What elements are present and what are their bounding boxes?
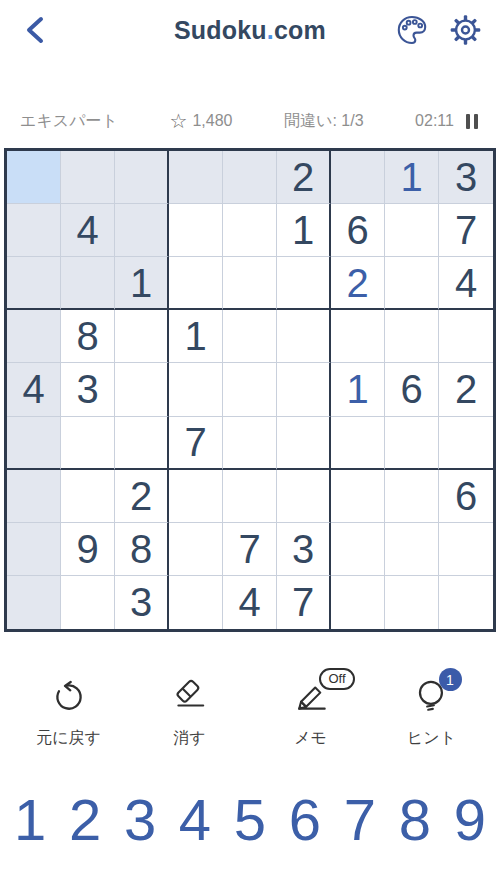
numpad-6[interactable]: 6: [289, 791, 321, 849]
numpad-8[interactable]: 8: [399, 791, 431, 849]
cell-r9c8[interactable]: [385, 576, 439, 629]
score: ☆ 1,480: [169, 111, 232, 131]
undo-label: 元に戻す: [36, 728, 101, 749]
cell-r2c7[interactable]: 6: [331, 204, 385, 257]
cell-r9c7[interactable]: [331, 576, 385, 629]
cell-r6c8[interactable]: [385, 417, 439, 470]
cell-r3c7[interactable]: 2: [331, 257, 385, 310]
palette-icon: [395, 14, 429, 46]
title-dot: .: [267, 16, 274, 44]
numpad-3[interactable]: 3: [124, 791, 156, 849]
undo-button[interactable]: 元に戻す: [8, 676, 129, 749]
notes-button[interactable]: Off メモ: [250, 676, 371, 749]
cell-r4c8[interactable]: [385, 310, 439, 363]
cell-r7c3[interactable]: 2: [115, 470, 169, 523]
theme-palette-button[interactable]: [395, 14, 429, 46]
cell-r4c9[interactable]: [439, 310, 493, 363]
cell-r8c1[interactable]: [7, 523, 61, 576]
difficulty-label: エキスパート: [20, 111, 118, 132]
numpad-2[interactable]: 2: [69, 791, 101, 849]
cell-r6c9[interactable]: [439, 417, 493, 470]
cell-r3c2[interactable]: [61, 257, 115, 310]
cell-r9c1[interactable]: [7, 576, 61, 629]
cell-r5c5[interactable]: [223, 363, 277, 416]
undo-icon: [49, 676, 89, 716]
cell-r9c5[interactable]: 4: [223, 576, 277, 629]
cell-r8c8[interactable]: [385, 523, 439, 576]
status-bar: エキスパート ☆ 1,480 間違い: 1/3 02:11: [0, 108, 500, 134]
star-icon: ☆: [169, 111, 187, 131]
lightbulb-icon: 1: [412, 676, 452, 716]
cell-r1c7[interactable]: [331, 151, 385, 204]
numpad-1[interactable]: 1: [14, 791, 46, 849]
cell-r3c5[interactable]: [223, 257, 277, 310]
cell-r9c3[interactable]: 3: [115, 576, 169, 629]
pause-icon: [474, 114, 478, 129]
cell-r2c6[interactable]: 1: [277, 204, 331, 257]
cell-r5c1[interactable]: 4: [7, 363, 61, 416]
number-pad: 123456789: [0, 791, 500, 849]
cell-r2c2[interactable]: 4: [61, 204, 115, 257]
erase-label: 消す: [173, 728, 205, 749]
hint-label: ヒント: [407, 728, 456, 749]
mistakes-counter: 間違い: 1/3: [284, 111, 364, 132]
cell-r6c1[interactable]: [7, 417, 61, 470]
cell-r6c3[interactable]: [115, 417, 169, 470]
cell-r1c4[interactable]: [169, 151, 223, 204]
cell-r6c7[interactable]: [331, 417, 385, 470]
cell-r4c6[interactable]: [277, 310, 331, 363]
cell-r9c6[interactable]: 7: [277, 576, 331, 629]
cell-r2c9[interactable]: 7: [439, 204, 493, 257]
cell-r2c1[interactable]: [7, 204, 61, 257]
cell-r3c8[interactable]: [385, 257, 439, 310]
cell-r3c4[interactable]: [169, 257, 223, 310]
cell-r1c9[interactable]: 3: [439, 151, 493, 204]
title-main: Sudoku: [174, 16, 267, 44]
cell-r9c2[interactable]: [61, 576, 115, 629]
notes-toggle-badge: Off: [319, 668, 354, 690]
cell-r4c4[interactable]: 1: [169, 310, 223, 363]
cell-r7c7[interactable]: [331, 470, 385, 523]
timer: 02:11: [415, 112, 480, 131]
cell-r7c9[interactable]: 6: [439, 470, 493, 523]
cell-r5c8[interactable]: 6: [385, 363, 439, 416]
cell-r5c3[interactable]: [115, 363, 169, 416]
hint-count-badge: 1: [439, 668, 462, 691]
gear-icon: [449, 14, 482, 46]
pause-icon: [466, 114, 470, 129]
cell-r7c1[interactable]: [7, 470, 61, 523]
pencil-icon: Off: [291, 676, 331, 716]
erase-button[interactable]: 消す: [129, 676, 250, 749]
cell-r4c3[interactable]: [115, 310, 169, 363]
cell-r4c2[interactable]: 8: [61, 310, 115, 363]
hint-button[interactable]: 1 ヒント: [371, 676, 492, 749]
cell-r6c6[interactable]: [277, 417, 331, 470]
cell-r7c8[interactable]: [385, 470, 439, 523]
eraser-icon: [170, 676, 210, 716]
cell-r8c7[interactable]: [331, 523, 385, 576]
cell-r7c5[interactable]: [223, 470, 277, 523]
cell-r4c1[interactable]: [7, 310, 61, 363]
numpad-9[interactable]: 9: [454, 791, 486, 849]
cell-r3c6[interactable]: [277, 257, 331, 310]
sudoku-app: Sudoku.com: [0, 0, 500, 876]
cell-r8c3[interactable]: 8: [115, 523, 169, 576]
cell-r1c8[interactable]: 1: [385, 151, 439, 204]
cell-r7c2[interactable]: [61, 470, 115, 523]
cell-r9c4[interactable]: [169, 576, 223, 629]
cell-r6c2[interactable]: [61, 417, 115, 470]
notes-label: メモ: [294, 728, 327, 749]
cell-r2c4[interactable]: [169, 204, 223, 257]
pause-button[interactable]: [464, 112, 480, 131]
back-button[interactable]: [18, 11, 52, 49]
timer-value: 02:11: [415, 112, 454, 130]
cell-r8c6[interactable]: 3: [277, 523, 331, 576]
cell-r5c7[interactable]: 1: [331, 363, 385, 416]
header-actions: [395, 14, 482, 46]
score-value: 1,480: [192, 112, 232, 130]
cell-r3c9[interactable]: 4: [439, 257, 493, 310]
cell-r1c5[interactable]: [223, 151, 277, 204]
numpad-7[interactable]: 7: [344, 791, 376, 849]
cell-r8c2[interactable]: 9: [61, 523, 115, 576]
settings-button[interactable]: [449, 14, 482, 46]
back-chevron-icon: [22, 15, 48, 45]
cell-r2c3[interactable]: [115, 204, 169, 257]
cell-r6c5[interactable]: [223, 417, 277, 470]
cell-r3c1[interactable]: [7, 257, 61, 310]
sudoku-board: 213416712481431627269873347: [4, 148, 496, 632]
cell-r5c4[interactable]: [169, 363, 223, 416]
cell-r4c5[interactable]: [223, 310, 277, 363]
cell-r6c4[interactable]: 7: [169, 417, 223, 470]
cell-r5c6[interactable]: [277, 363, 331, 416]
page-title: Sudoku.com: [174, 16, 326, 45]
cell-r1c6[interactable]: 2: [277, 151, 331, 204]
cell-r8c4[interactable]: [169, 523, 223, 576]
cell-r1c2[interactable]: [61, 151, 115, 204]
cell-r1c1[interactable]: [7, 151, 61, 204]
cell-r8c5[interactable]: 7: [223, 523, 277, 576]
numpad-4[interactable]: 4: [179, 791, 211, 849]
header: Sudoku.com: [0, 0, 500, 60]
cell-r7c6[interactable]: [277, 470, 331, 523]
cell-r1c3[interactable]: [115, 151, 169, 204]
cell-r7c4[interactable]: [169, 470, 223, 523]
cell-r4c7[interactable]: [331, 310, 385, 363]
cell-r2c8[interactable]: [385, 204, 439, 257]
numpad-5[interactable]: 5: [234, 791, 266, 849]
cell-r5c2[interactable]: 3: [61, 363, 115, 416]
cell-r2c5[interactable]: [223, 204, 277, 257]
toolbar: 元に戻す 消す: [0, 676, 500, 749]
cell-r5c9[interactable]: 2: [439, 363, 493, 416]
cell-r3c3[interactable]: 1: [115, 257, 169, 310]
title-suffix: com: [274, 16, 326, 44]
cell-r8c9[interactable]: [439, 523, 493, 576]
cell-r9c9[interactable]: [439, 576, 493, 629]
